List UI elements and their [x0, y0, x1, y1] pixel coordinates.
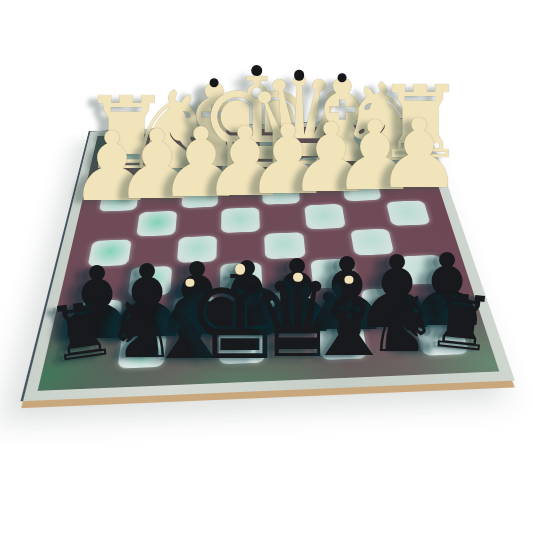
square-b2 — [335, 154, 378, 178]
square-c3 — [299, 178, 343, 204]
light-square-paint — [136, 211, 177, 237]
light-square-paint — [176, 235, 217, 263]
light-square-paint — [333, 134, 371, 154]
board-border — [38, 122, 500, 390]
perspective-scene — [0, 0, 533, 533]
light-square-paint — [264, 232, 306, 260]
square-f3 — [179, 183, 221, 209]
square-c2 — [297, 155, 339, 179]
light-square-paint — [171, 296, 216, 329]
board-squares — [63, 131, 472, 372]
square-h4 — [91, 211, 138, 239]
square-a4 — [384, 199, 433, 227]
square-h3 — [97, 186, 142, 212]
square-f8 — [165, 329, 217, 369]
square-b7 — [358, 286, 413, 322]
square-b6 — [352, 255, 404, 288]
square-c1 — [295, 135, 335, 158]
square-e8 — [217, 327, 268, 367]
square-a2 — [373, 152, 418, 176]
square-a6 — [397, 254, 451, 287]
square-d2 — [259, 157, 299, 181]
light-square-paint — [181, 184, 219, 208]
light-square-paint — [260, 137, 295, 158]
chess-photo: Outdoor photo of a plastic Staunton ches… — [0, 0, 533, 533]
square-d3 — [260, 180, 302, 206]
light-square-paint — [185, 140, 220, 161]
square-a8 — [412, 318, 472, 357]
light-square-paint — [99, 187, 139, 211]
light-square-paint — [87, 239, 131, 267]
light-square-paint — [360, 288, 409, 321]
square-g1 — [145, 141, 185, 164]
square-c5 — [305, 229, 353, 259]
square-g7 — [120, 296, 172, 332]
light-square-paint — [262, 181, 300, 205]
light-square-paint — [304, 204, 345, 229]
square-g8 — [114, 331, 168, 371]
square-c8 — [315, 322, 370, 362]
light-square-paint — [127, 266, 172, 296]
square-e6 — [218, 261, 265, 294]
light-square-paint — [375, 153, 416, 175]
square-d6 — [263, 259, 311, 292]
light-square-paint — [299, 157, 337, 179]
square-b8 — [364, 320, 422, 359]
square-h5 — [85, 238, 134, 269]
square-f6 — [172, 263, 219, 296]
square-b3 — [339, 176, 384, 202]
square-f1 — [183, 139, 221, 162]
square-a1 — [368, 131, 411, 153]
square-g6 — [125, 265, 174, 298]
square-a7 — [404, 285, 461, 321]
light-square-paint — [350, 228, 395, 256]
board-tilt-wrapper — [0, 0, 533, 533]
chess-board — [21, 117, 515, 401]
square-a5 — [390, 225, 441, 255]
square-b5 — [347, 227, 396, 257]
square-g3 — [138, 185, 181, 211]
square-f5 — [174, 234, 219, 265]
square-g2 — [141, 162, 182, 186]
square-a3 — [378, 175, 425, 201]
square-e3 — [220, 181, 261, 207]
light-square-paint — [399, 255, 448, 285]
square-e7 — [217, 292, 266, 328]
square-g4 — [134, 209, 179, 237]
light-square-paint — [219, 328, 265, 364]
light-square-paint — [222, 160, 258, 182]
square-e2 — [220, 159, 259, 183]
light-square-paint — [143, 163, 181, 185]
square-c7 — [311, 288, 363, 324]
square-h1 — [107, 142, 148, 165]
square-f2 — [181, 160, 221, 184]
square-h8 — [63, 333, 120, 373]
light-square-paint — [386, 200, 430, 225]
light-square-paint — [109, 143, 146, 164]
square-g5 — [130, 236, 177, 267]
square-c4 — [302, 202, 348, 230]
square-d7 — [265, 290, 315, 326]
light-square-paint — [117, 332, 166, 368]
square-d5 — [262, 230, 308, 261]
square-h7 — [71, 298, 125, 335]
square-f7 — [169, 294, 218, 330]
square-c6 — [308, 257, 358, 290]
square-b1 — [331, 133, 373, 155]
light-square-paint — [221, 207, 260, 233]
square-b4 — [343, 201, 390, 229]
square-e1 — [221, 138, 259, 161]
square-h6 — [78, 267, 129, 301]
light-square-paint — [310, 259, 355, 289]
light-square-paint — [74, 300, 123, 333]
light-square-paint — [415, 320, 469, 356]
square-d8 — [266, 325, 319, 365]
square-e5 — [219, 232, 264, 263]
light-square-paint — [317, 324, 367, 360]
square-d4 — [261, 204, 305, 232]
square-e4 — [219, 206, 262, 234]
square-h2 — [102, 163, 145, 188]
light-square-paint — [220, 263, 262, 293]
square-f4 — [177, 208, 220, 236]
light-square-paint — [267, 292, 313, 325]
light-square-paint — [341, 178, 382, 202]
square-d1 — [258, 136, 297, 159]
